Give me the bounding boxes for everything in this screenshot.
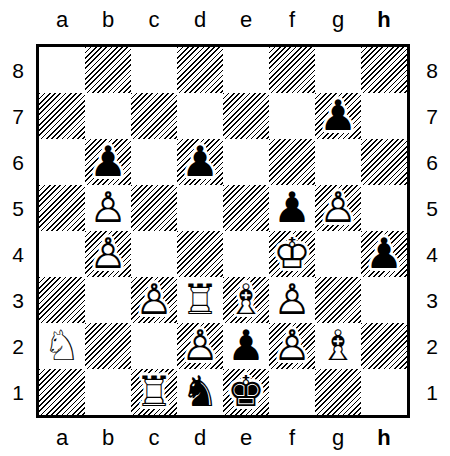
file-labels-top: abcdefgh [39,4,407,36]
square-d7[interactable] [177,93,223,139]
white-rook[interactable]: ♜♖ [131,369,177,415]
black-knight[interactable]: ♞♞ [177,369,223,415]
square-g8[interactable] [315,47,361,93]
square-b6[interactable]: ♟♟ [85,139,131,185]
square-f5[interactable]: ♟♟ [269,185,315,231]
square-e8[interactable] [223,47,269,93]
square-c2[interactable] [131,323,177,369]
square-d4[interactable] [177,231,223,277]
square-a4[interactable] [39,231,85,277]
square-g7[interactable]: ♟♟ [315,93,361,139]
square-f8[interactable] [269,47,315,93]
white-knight[interactable]: ♞♘ [39,323,85,369]
rank-label-7-left: 7 [4,93,32,139]
square-e2[interactable]: ♟♟ [223,323,269,369]
square-c7[interactable] [131,93,177,139]
file-label-d-bottom: d [177,422,223,454]
white-pawn[interactable]: ♟♙ [269,277,315,323]
piece-glyph: ♗ [315,323,361,369]
black-pawn[interactable]: ♟♟ [269,185,315,231]
rank-label-5-left: 5 [4,185,32,231]
square-c8[interactable] [131,47,177,93]
white-bishop[interactable]: ♝♗ [223,277,269,323]
file-label-b-top: b [85,4,131,36]
square-d5[interactable] [177,185,223,231]
black-pawn[interactable]: ♟♟ [315,93,361,139]
square-e7[interactable] [223,93,269,139]
rank-label-3-left: 3 [4,277,32,323]
white-pawn[interactable]: ♟♙ [85,185,131,231]
piece-glyph: ♙ [177,323,223,369]
file-label-g-top: g [315,4,361,36]
rank-label-3-right: 3 [418,277,446,323]
rank-label-8-left: 8 [4,47,32,93]
square-h8[interactable] [361,47,407,93]
piece-glyph: ♙ [315,185,361,231]
piece-glyph: ♗ [223,277,269,323]
file-label-g-bottom: g [315,422,361,454]
chess-diagram: abcdefgh 87654321 ♟♟♟♟♟♟♟♙♟♟♟♙♟♙♚♔♟♟♟♙♜♖… [0,0,450,456]
square-f1[interactable] [269,369,315,415]
square-b5[interactable]: ♟♙ [85,185,131,231]
square-e6[interactable] [223,139,269,185]
square-a1[interactable] [39,369,85,415]
square-f6[interactable] [269,139,315,185]
rank-label-2-right: 2 [418,323,446,369]
black-pawn[interactable]: ♟♟ [177,139,223,185]
square-h3[interactable] [361,277,407,323]
white-pawn[interactable]: ♟♙ [177,323,223,369]
file-label-h-bottom: h [361,422,407,454]
square-g6[interactable] [315,139,361,185]
piece-glyph: ♘ [39,323,85,369]
file-label-c-top: c [131,4,177,36]
white-pawn[interactable]: ♟♙ [131,277,177,323]
square-a2[interactable]: ♞♘ [39,323,85,369]
black-pawn[interactable]: ♟♟ [85,139,131,185]
square-d3[interactable]: ♜♖ [177,277,223,323]
rank-label-6-left: 6 [4,139,32,185]
square-h4[interactable]: ♟♟ [361,231,407,277]
square-f7[interactable] [269,93,315,139]
square-e5[interactable] [223,185,269,231]
square-b1[interactable] [85,369,131,415]
rank-label-4-right: 4 [418,231,446,277]
white-bishop[interactable]: ♝♗ [315,323,361,369]
square-d8[interactable] [177,47,223,93]
file-label-e-top: e [223,4,269,36]
piece-glyph: ♙ [131,277,177,323]
file-label-f-bottom: f [269,422,315,454]
square-c5[interactable] [131,185,177,231]
piece-glyph: ♖ [177,277,223,323]
square-g2[interactable]: ♝♗ [315,323,361,369]
file-label-b-bottom: b [85,422,131,454]
file-label-f-top: f [269,4,315,36]
file-label-d-top: d [177,4,223,36]
piece-glyph: ♙ [269,277,315,323]
piece-glyph: ♞ [177,369,223,415]
square-h2[interactable] [361,323,407,369]
rank-labels-right: 87654321 [418,47,446,415]
square-b3[interactable] [85,277,131,323]
black-pawn[interactable]: ♟♟ [223,323,269,369]
piece-glyph: ♟ [269,185,315,231]
square-g3[interactable] [315,277,361,323]
rank-label-4-left: 4 [4,231,32,277]
white-pawn[interactable]: ♟♙ [315,185,361,231]
square-a7[interactable] [39,93,85,139]
piece-glyph: ♟ [223,323,269,369]
rank-labels-left: 87654321 [4,47,32,415]
piece-glyph: ♔ [269,231,315,277]
square-a5[interactable] [39,185,85,231]
square-f4[interactable]: ♚♔ [269,231,315,277]
square-h1[interactable] [361,369,407,415]
piece-glyph: ♟ [315,93,361,139]
piece-glyph: ♚ [223,369,269,415]
square-d6[interactable]: ♟♟ [177,139,223,185]
square-f3[interactable]: ♟♙ [269,277,315,323]
square-d1[interactable]: ♞♞ [177,369,223,415]
piece-glyph: ♖ [131,369,177,415]
square-d2[interactable]: ♟♙ [177,323,223,369]
piece-glyph: ♙ [85,185,131,231]
white-pawn[interactable]: ♟♙ [269,323,315,369]
square-c6[interactable] [131,139,177,185]
file-label-e-bottom: e [223,422,269,454]
rank-label-1-left: 1 [4,369,32,415]
rank-label-8-right: 8 [418,47,446,93]
square-g1[interactable] [315,369,361,415]
rank-label-5-right: 5 [418,185,446,231]
piece-glyph: ♙ [269,323,315,369]
file-label-h-top: h [361,4,407,36]
square-g5[interactable]: ♟♙ [315,185,361,231]
piece-glyph: ♟ [361,231,407,277]
rank-label-6-right: 6 [418,139,446,185]
piece-glyph: ♟ [85,139,131,185]
square-a8[interactable] [39,47,85,93]
square-e4[interactable] [223,231,269,277]
square-b2[interactable] [85,323,131,369]
square-b7[interactable] [85,93,131,139]
white-pawn[interactable]: ♟♙ [85,231,131,277]
square-a6[interactable] [39,139,85,185]
square-e1[interactable]: ♚♚ [223,369,269,415]
square-c3[interactable]: ♟♙ [131,277,177,323]
file-labels-bottom: abcdefgh [39,422,407,454]
square-a3[interactable] [39,277,85,323]
square-g4[interactable] [315,231,361,277]
square-b8[interactable] [85,47,131,93]
file-label-a-top: a [39,4,85,36]
rank-label-2-left: 2 [4,323,32,369]
piece-glyph: ♙ [85,231,131,277]
rank-label-1-right: 1 [418,369,446,415]
file-label-a-bottom: a [39,422,85,454]
square-c4[interactable] [131,231,177,277]
square-h5[interactable] [361,185,407,231]
square-h7[interactable] [361,93,407,139]
square-f2[interactable]: ♟♙ [269,323,315,369]
square-e3[interactable]: ♝♗ [223,277,269,323]
piece-glyph: ♟ [177,139,223,185]
file-label-c-bottom: c [131,422,177,454]
white-king[interactable]: ♚♔ [269,231,315,277]
square-b4[interactable]: ♟♙ [85,231,131,277]
black-king[interactable]: ♚♚ [223,369,269,415]
white-rook[interactable]: ♜♖ [177,277,223,323]
square-h6[interactable] [361,139,407,185]
rank-label-7-right: 7 [418,93,446,139]
black-pawn[interactable]: ♟♟ [361,231,407,277]
chess-board: ♟♟♟♟♟♟♟♙♟♟♟♙♟♙♚♔♟♟♟♙♜♖♝♗♟♙♞♘♟♙♟♟♟♙♝♗♜♖♞♞… [36,44,410,418]
square-c1[interactable]: ♜♖ [131,369,177,415]
